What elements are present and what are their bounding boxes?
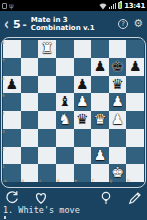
file-label-b: b: [22, 179, 26, 183]
piece-bP-f7[interactable]: ♟: [91, 58, 109, 76]
board-frame: ♜♟♚♟♟♟♛♝♟♟♞♛♛♟♟♚87654321abcdefgh: [1, 37, 146, 188]
square-e7[interactable]: [74, 58, 92, 76]
piece-bP-e6[interactable]: ♟: [74, 76, 92, 94]
file-label-h: h: [127, 179, 131, 183]
piece-bB-d5[interactable]: ♝: [56, 93, 74, 111]
square-f7[interactable]: ♟: [91, 58, 109, 76]
square-d6[interactable]: [56, 76, 74, 94]
square-d8[interactable]: [56, 40, 74, 58]
piece-wN-d4[interactable]: ♞: [56, 111, 74, 129]
header: ‹ 5 - Mate in 3 Combination v.1 ? ⚙: [0, 11, 147, 37]
square-g3[interactable]: [109, 129, 127, 147]
square-g6[interactable]: ♛: [109, 76, 127, 94]
rank-label-3: 3: [2, 130, 6, 134]
square-g2[interactable]: [109, 147, 127, 165]
battery-icon: [118, 2, 122, 9]
piece-bQ-e4[interactable]: ♛: [74, 111, 92, 129]
square-b6[interactable]: [21, 76, 39, 94]
help-icon[interactable]: ?: [118, 19, 128, 29]
square-g8[interactable]: [109, 40, 127, 58]
signal-icon: [109, 2, 117, 9]
file-label-c: c: [39, 179, 43, 183]
piece-bQ-g6[interactable]: ♛: [109, 76, 127, 94]
rank-label-5: 5: [2, 94, 6, 98]
square-b7[interactable]: [21, 58, 39, 76]
square-h2[interactable]: [126, 147, 144, 165]
square-f2[interactable]: ♟: [91, 147, 109, 165]
piece-wR-c8[interactable]: ♜: [38, 40, 56, 58]
square-b8[interactable]: [21, 40, 39, 58]
square-f5[interactable]: [91, 93, 109, 111]
rank-label-8: 8: [2, 41, 6, 45]
square-c3[interactable]: [38, 129, 56, 147]
square-c5[interactable]: [38, 93, 56, 111]
square-e5[interactable]: ♟: [74, 93, 92, 111]
wifi-icon: [99, 2, 107, 10]
square-f8[interactable]: [91, 40, 109, 58]
file-label-e: e: [74, 179, 78, 183]
file-label-f: f: [92, 179, 96, 183]
rank-label-2: 2: [2, 148, 6, 152]
square-d2[interactable]: [56, 147, 74, 165]
rank-label-7: 7: [2, 59, 6, 63]
settings-gear-icon[interactable]: ⚙: [133, 19, 143, 29]
back-icon[interactable]: ‹: [4, 14, 9, 34]
square-h3[interactable]: [126, 129, 144, 147]
title-line2: Combination v.1: [31, 24, 118, 32]
notification-icon: [2, 3, 7, 9]
square-d3[interactable]: [56, 129, 74, 147]
square-h4[interactable]: [126, 111, 144, 129]
piece-wP-g4[interactable]: ♟: [109, 111, 127, 129]
square-b5[interactable]: [21, 93, 39, 111]
puzzle-number-separator: -: [23, 19, 27, 30]
square-h8[interactable]: [126, 40, 144, 58]
rank-label-1: 1: [2, 165, 6, 169]
status-time: 13:41: [124, 2, 145, 10]
square-b4[interactable]: [21, 111, 39, 129]
square-f6[interactable]: [91, 76, 109, 94]
square-g4[interactable]: ♟: [109, 111, 127, 129]
square-c4[interactable]: [38, 111, 56, 129]
piece-wP-f2[interactable]: ♟: [91, 147, 109, 165]
piece-wP-g5[interactable]: ♟: [109, 93, 127, 111]
square-e2[interactable]: [74, 147, 92, 165]
file-label-d: d: [57, 179, 61, 183]
square-d7[interactable]: [56, 58, 74, 76]
piece-bP-h7[interactable]: ♟: [126, 58, 144, 76]
square-h6[interactable]: [126, 76, 144, 94]
square-c6[interactable]: [38, 76, 56, 94]
rank-label-6: 6: [2, 77, 6, 81]
square-h7[interactable]: ♟: [126, 58, 144, 76]
square-g5[interactable]: ♟: [109, 93, 127, 111]
move-status-text: 1. White's move: [3, 204, 144, 216]
chess-board[interactable]: ♜♟♚♟♟♟♛♝♟♟♞♛♛♟♟♚87654321abcdefgh: [3, 40, 144, 182]
status-bar: ψ 13:41: [0, 0, 147, 11]
page-title: Mate in 3 Combination v.1: [31, 16, 118, 32]
square-e3[interactable]: [74, 129, 92, 147]
square-c8[interactable]: ♜: [38, 40, 56, 58]
square-c2[interactable]: [38, 147, 56, 165]
rank-label-4: 4: [2, 112, 6, 116]
square-d4[interactable]: ♞: [56, 111, 74, 129]
usb-debug-icon: ψ: [9, 1, 14, 11]
puzzle-number[interactable]: 5: [13, 18, 21, 31]
square-e8[interactable]: [74, 40, 92, 58]
app-screen: ψ 13:41 ‹ 5 - Mate in 3 Combination v.1 …: [0, 0, 147, 220]
square-c7[interactable]: [38, 58, 56, 76]
file-label-a: a: [4, 179, 8, 183]
title-line1: Mate in 3: [31, 16, 118, 24]
square-g7[interactable]: ♚: [109, 58, 127, 76]
square-e4[interactable]: ♛: [74, 111, 92, 129]
square-e6[interactable]: ♟: [74, 76, 92, 94]
square-h5[interactable]: [126, 93, 144, 111]
square-d5[interactable]: ♝: [56, 93, 74, 111]
square-b3[interactable]: [21, 129, 39, 147]
square-f3[interactable]: [91, 129, 109, 147]
square-f4[interactable]: ♛: [91, 111, 109, 129]
piece-wQ-f4[interactable]: ♛: [91, 111, 109, 129]
piece-bK-g7[interactable]: ♚: [109, 58, 127, 76]
square-b2[interactable]: [21, 147, 39, 165]
file-label-g: g: [110, 179, 114, 183]
cursor-dot: [4, 216, 6, 219]
piece-wP-e5[interactable]: ♟: [74, 93, 92, 111]
